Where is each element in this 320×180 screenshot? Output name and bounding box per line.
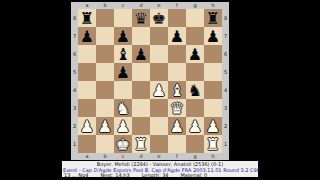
file-label-g: g: [186, 3, 204, 8]
piece-black-pawn[interactable]: ♟: [170, 27, 184, 45]
square-e6[interactable]: [150, 45, 168, 63]
piece-white-bishop[interactable]: ♝: [170, 81, 184, 99]
piece-white-pawn[interactable]: ♟: [116, 117, 130, 135]
square-g3[interactable]: [186, 99, 204, 117]
file-label-h: h: [204, 3, 222, 8]
piece-black-queen[interactable]: ♛: [134, 9, 148, 27]
square-h7[interactable]: ♟: [204, 27, 222, 45]
square-g6[interactable]: ♟: [186, 45, 204, 63]
file-label-d: d: [132, 154, 150, 159]
piece-black-pawn[interactable]: ♟: [188, 45, 202, 63]
piece-white-pawn[interactable]: ♟: [170, 117, 184, 135]
square-f2[interactable]: ♟: [168, 117, 186, 135]
square-b7[interactable]: [96, 27, 114, 45]
square-d3[interactable]: [132, 99, 150, 117]
file-labels-bottom: abcdefgh: [78, 154, 222, 159]
rank-label-1: 1: [72, 135, 77, 153]
piece-white-pawn[interactable]: ♟: [152, 81, 166, 99]
square-h2[interactable]: ♟: [204, 117, 222, 135]
rank-label-5: 5: [223, 63, 228, 81]
material-balance-text: Material: 0: [181, 173, 208, 179]
square-g1[interactable]: [186, 135, 204, 153]
square-e3[interactable]: [150, 99, 168, 117]
piece-black-pawn[interactable]: ♟: [116, 63, 130, 81]
square-a3[interactable]: [78, 99, 96, 117]
square-h5[interactable]: [204, 63, 222, 81]
file-label-a: a: [78, 154, 96, 159]
rank-label-1: 1: [223, 135, 228, 153]
square-f1[interactable]: [168, 135, 186, 153]
square-f5[interactable]: [168, 63, 186, 81]
square-c1[interactable]: ♚: [114, 135, 132, 153]
rank-label-2: 2: [72, 117, 77, 135]
square-e8[interactable]: ♚: [150, 9, 168, 27]
square-b3[interactable]: [96, 99, 114, 117]
square-a4[interactable]: [78, 81, 96, 99]
file-label-h: h: [204, 154, 222, 159]
piece-white-rook[interactable]: ♜: [206, 135, 220, 153]
file-label-f: f: [168, 3, 186, 8]
rank-label-4: 4: [223, 81, 228, 99]
square-f6[interactable]: [168, 45, 186, 63]
square-a6[interactable]: [78, 45, 96, 63]
rank-label-7: 7: [72, 27, 77, 45]
square-b2[interactable]: ♟: [96, 117, 114, 135]
square-h6[interactable]: [204, 45, 222, 63]
file-label-c: c: [114, 3, 132, 8]
square-e2[interactable]: [150, 117, 168, 135]
file-label-d: d: [132, 3, 150, 8]
square-b1[interactable]: [96, 135, 114, 153]
piece-white-knight[interactable]: ♞: [116, 99, 130, 117]
piece-white-king[interactable]: ♚: [116, 135, 130, 153]
square-b8[interactable]: [96, 9, 114, 27]
square-a1[interactable]: [78, 135, 96, 153]
square-a2[interactable]: ♟: [78, 117, 96, 135]
piece-white-queen[interactable]: ♛: [170, 99, 184, 117]
file-label-e: e: [150, 3, 168, 8]
rank-labels-right: 87654321: [223, 9, 228, 153]
square-c3[interactable]: ♞: [114, 99, 132, 117]
square-g8[interactable]: [186, 9, 204, 27]
game-status-line: 13 ... Ng4 Next: 14.h3 Length: 34 Materi…: [62, 173, 258, 179]
file-label-a: a: [78, 3, 96, 8]
square-d8[interactable]: ♛: [132, 9, 150, 27]
square-b6[interactable]: [96, 45, 114, 63]
square-h8[interactable]: ♜: [204, 9, 222, 27]
piece-black-knight[interactable]: ♞: [188, 81, 202, 99]
rank-labels-left: 87654321: [72, 9, 77, 153]
last-move-text: 13 ... Ng4: [64, 173, 88, 179]
square-h3[interactable]: [204, 99, 222, 117]
file-label-c: c: [114, 154, 132, 159]
square-c7[interactable]: ♟: [114, 27, 132, 45]
square-a5[interactable]: [78, 63, 96, 81]
rank-label-5: 5: [72, 63, 77, 81]
rank-label-4: 4: [72, 81, 77, 99]
rank-label-8: 8: [223, 9, 228, 27]
square-f8[interactable]: [168, 9, 186, 27]
square-c8[interactable]: [114, 9, 132, 27]
square-d7[interactable]: [132, 27, 150, 45]
rank-label-3: 3: [72, 99, 77, 117]
piece-white-pawn[interactable]: ♟: [80, 117, 94, 135]
square-h1[interactable]: ♜: [204, 135, 222, 153]
file-label-g: g: [186, 154, 204, 159]
square-d2[interactable]: [132, 117, 150, 135]
square-e5[interactable]: [150, 63, 168, 81]
rank-label-3: 3: [223, 99, 228, 117]
square-d5[interactable]: [132, 63, 150, 81]
file-label-e: e: [150, 154, 168, 159]
square-g7[interactable]: [186, 27, 204, 45]
piece-white-pawn[interactable]: ♟: [188, 117, 202, 135]
file-labels-top: abcdefgh: [78, 3, 222, 8]
square-a7[interactable]: ♟: [78, 27, 96, 45]
square-d4[interactable]: [132, 81, 150, 99]
file-label-b: b: [96, 3, 114, 8]
piece-white-pawn[interactable]: ♟: [206, 117, 220, 135]
video-frame: abcdefgh abcdefgh 87654321 87654321 ♜♛♚♜…: [0, 0, 320, 180]
square-c4[interactable]: [114, 81, 132, 99]
square-d6[interactable]: ♟: [132, 45, 150, 63]
piece-black-king[interactable]: ♚: [152, 9, 166, 27]
square-c5[interactable]: ♟: [114, 63, 132, 81]
square-g5[interactable]: [186, 63, 204, 81]
square-d1[interactable]: ♜: [132, 135, 150, 153]
square-c6[interactable]: ♝: [114, 45, 132, 63]
square-b4[interactable]: [96, 81, 114, 99]
rank-label-6: 6: [72, 45, 77, 63]
status-bar: Boyer, Mehdi (2294) - Vaisser, Anatoli (…: [62, 161, 258, 177]
square-h4[interactable]: [204, 81, 222, 99]
square-a8[interactable]: ♜: [78, 9, 96, 27]
rank-label-8: 8: [72, 9, 77, 27]
rank-label-6: 6: [223, 45, 228, 63]
rank-label-7: 7: [223, 27, 228, 45]
piece-black-rook[interactable]: ♜: [206, 9, 220, 27]
piece-black-pawn[interactable]: ♟: [80, 27, 94, 45]
square-b5[interactable]: [96, 63, 114, 81]
file-label-b: b: [96, 154, 114, 159]
piece-black-rook[interactable]: ♜: [80, 9, 94, 27]
rank-label-2: 2: [223, 117, 228, 135]
piece-black-pawn[interactable]: ♟: [206, 27, 220, 45]
square-f3[interactable]: ♛: [168, 99, 186, 117]
square-f4[interactable]: ♝: [168, 81, 186, 99]
piece-black-pawn[interactable]: ♟: [116, 27, 130, 45]
square-g2[interactable]: ♟: [186, 117, 204, 135]
square-e4[interactable]: ♟: [150, 81, 168, 99]
next-move-text: Next: 14.h3: [100, 173, 129, 179]
chessboard: ♜♛♚♜♟♟♟♟♝♟♟♟♟♝♞♞♛♟♟♟♟♟♟♚♜♜: [78, 9, 222, 153]
piece-black-pawn[interactable]: ♟: [134, 45, 148, 63]
square-g4[interactable]: ♞: [186, 81, 204, 99]
game-length-text: Length: 34: [142, 173, 169, 179]
piece-white-rook[interactable]: ♜: [134, 135, 148, 153]
square-f7[interactable]: ♟: [168, 27, 186, 45]
square-c2[interactable]: ♟: [114, 117, 132, 135]
piece-white-pawn[interactable]: ♟: [98, 117, 112, 135]
file-label-f: f: [168, 154, 186, 159]
square-e7[interactable]: [150, 27, 168, 45]
chessboard-frame: abcdefgh abcdefgh 87654321 87654321 ♜♛♚♜…: [71, 2, 229, 160]
piece-black-bishop[interactable]: ♝: [116, 45, 130, 63]
square-e1[interactable]: [150, 135, 168, 153]
